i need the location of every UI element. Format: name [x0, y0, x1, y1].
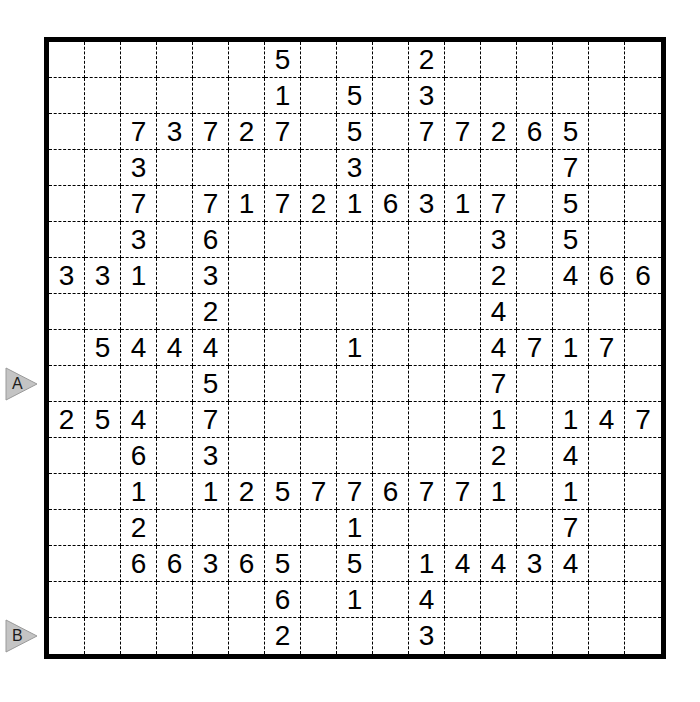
cell-r1c5[interactable] — [193, 42, 229, 78]
cell-r16c15[interactable] — [553, 582, 589, 618]
cell-r7c11[interactable] — [409, 258, 445, 294]
cell-r15c14[interactable]: 3 — [517, 546, 553, 582]
cell-r2c1[interactable] — [49, 78, 85, 114]
cell-r16c6[interactable] — [229, 582, 265, 618]
cell-r14c11[interactable] — [409, 510, 445, 546]
cell-r17c14[interactable] — [517, 618, 553, 654]
cell-r11c7[interactable] — [265, 402, 301, 438]
cell-r1c9[interactable] — [337, 42, 373, 78]
cell-r7c17[interactable]: 6 — [625, 258, 661, 294]
cell-r6c4[interactable] — [157, 222, 193, 258]
cell-r7c15[interactable]: 4 — [553, 258, 589, 294]
cell-r15c5[interactable]: 3 — [193, 546, 229, 582]
clue-number: 3 — [203, 442, 219, 470]
cell-r15c3[interactable]: 6 — [121, 546, 157, 582]
cell-r2c3[interactable] — [121, 78, 157, 114]
cell-r16c3[interactable] — [121, 582, 157, 618]
cell-r6c13[interactable]: 3 — [481, 222, 517, 258]
cell-r10c9[interactable] — [337, 366, 373, 402]
cell-r8c4[interactable] — [157, 294, 193, 330]
cell-r9c2[interactable]: 5 — [85, 330, 121, 366]
cell-r2c6[interactable] — [229, 78, 265, 114]
cell-r10c6[interactable] — [229, 366, 265, 402]
cell-r11c2[interactable]: 5 — [85, 402, 121, 438]
answer-row-marker-a: A — [4, 366, 40, 402]
cell-r13c3[interactable]: 1 — [121, 474, 157, 510]
cell-r1c15[interactable] — [553, 42, 589, 78]
cell-r8c17[interactable] — [625, 294, 661, 330]
cell-r4c15[interactable]: 7 — [553, 150, 589, 186]
cell-r16c4[interactable] — [157, 582, 193, 618]
cell-r15c2[interactable] — [85, 546, 121, 582]
cell-r12c8[interactable] — [301, 438, 337, 474]
cell-r15c7[interactable]: 5 — [265, 546, 301, 582]
cell-r10c5[interactable]: 5 — [193, 366, 229, 402]
answer-row-marker-b: B — [4, 618, 40, 654]
cell-r10c10[interactable] — [373, 366, 409, 402]
cell-r7c6[interactable] — [229, 258, 265, 294]
cell-r12c17[interactable] — [625, 438, 661, 474]
cell-r11c6[interactable] — [229, 402, 265, 438]
cell-r12c1[interactable] — [49, 438, 85, 474]
cell-r11c8[interactable] — [301, 402, 337, 438]
cell-r1c7[interactable]: 5 — [265, 42, 301, 78]
cell-r8c15[interactable] — [553, 294, 589, 330]
cell-r6c5[interactable]: 6 — [193, 222, 229, 258]
cell-r4c3[interactable]: 3 — [121, 150, 157, 186]
cell-r17c12[interactable] — [445, 618, 481, 654]
cell-r8c16[interactable] — [589, 294, 625, 330]
cell-r6c3[interactable]: 3 — [121, 222, 157, 258]
cell-r12c13[interactable]: 2 — [481, 438, 517, 474]
cell-r4c1[interactable] — [49, 150, 85, 186]
cell-r1c1[interactable] — [49, 42, 85, 78]
cell-r17c11[interactable]: 3 — [409, 618, 445, 654]
cell-r5c9[interactable]: 1 — [337, 186, 373, 222]
cell-r3c2[interactable] — [85, 114, 121, 150]
cell-r14c17[interactable] — [625, 510, 661, 546]
cell-r5c1[interactable] — [49, 186, 85, 222]
cell-r14c14[interactable] — [517, 510, 553, 546]
cell-r2c17[interactable] — [625, 78, 661, 114]
cell-r13c5[interactable]: 1 — [193, 474, 229, 510]
cell-r9c7[interactable] — [265, 330, 301, 366]
cell-r8c12[interactable] — [445, 294, 481, 330]
cell-r8c6[interactable] — [229, 294, 265, 330]
cell-r13c12[interactable]: 7 — [445, 474, 481, 510]
cell-r5c16[interactable] — [589, 186, 625, 222]
cell-r5c7[interactable]: 7 — [265, 186, 301, 222]
cell-r4c10[interactable] — [373, 150, 409, 186]
cell-r15c9[interactable]: 5 — [337, 546, 373, 582]
cell-r17c13[interactable] — [481, 618, 517, 654]
cell-r7c5[interactable]: 3 — [193, 258, 229, 294]
cell-r17c5[interactable] — [193, 618, 229, 654]
cell-r9c16[interactable]: 7 — [589, 330, 625, 366]
cell-r11c1[interactable]: 2 — [49, 402, 85, 438]
cell-r1c11[interactable]: 2 — [409, 42, 445, 78]
cell-r12c4[interactable] — [157, 438, 193, 474]
cell-r12c3[interactable]: 6 — [121, 438, 157, 474]
cell-r13c14[interactable] — [517, 474, 553, 510]
cell-r17c15[interactable] — [553, 618, 589, 654]
cell-r8c11[interactable] — [409, 294, 445, 330]
cell-r7c9[interactable] — [337, 258, 373, 294]
cell-r10c8[interactable] — [301, 366, 337, 402]
cell-r9c17[interactable] — [625, 330, 661, 366]
cell-r17c10[interactable] — [373, 618, 409, 654]
cell-r5c5[interactable]: 7 — [193, 186, 229, 222]
cell-r9c8[interactable] — [301, 330, 337, 366]
cell-r6c2[interactable] — [85, 222, 121, 258]
cell-r14c6[interactable] — [229, 510, 265, 546]
cell-r9c9[interactable]: 1 — [337, 330, 373, 366]
cell-r10c16[interactable] — [589, 366, 625, 402]
cell-r12c14[interactable] — [517, 438, 553, 474]
cell-r12c6[interactable] — [229, 438, 265, 474]
cell-r3c4[interactable]: 3 — [157, 114, 193, 150]
cell-r4c6[interactable] — [229, 150, 265, 186]
cell-r2c4[interactable] — [157, 78, 193, 114]
cell-r9c13[interactable]: 4 — [481, 330, 517, 366]
cell-r14c5[interactable] — [193, 510, 229, 546]
clue-number: 4 — [203, 334, 219, 362]
cell-r5c8[interactable]: 2 — [301, 186, 337, 222]
cell-r17c3[interactable] — [121, 618, 157, 654]
cell-r14c8[interactable] — [301, 510, 337, 546]
cell-r3c16[interactable] — [589, 114, 625, 150]
cell-r14c3[interactable]: 2 — [121, 510, 157, 546]
cell-r14c7[interactable] — [265, 510, 301, 546]
cell-r10c15[interactable] — [553, 366, 589, 402]
cell-r10c13[interactable]: 7 — [481, 366, 517, 402]
cell-r6c7[interactable] — [265, 222, 301, 258]
cell-r11c3[interactable]: 4 — [121, 402, 157, 438]
cell-r9c11[interactable] — [409, 330, 445, 366]
cell-r6c9[interactable] — [337, 222, 373, 258]
cell-r12c16[interactable] — [589, 438, 625, 474]
cell-r16c11[interactable]: 4 — [409, 582, 445, 618]
cell-r2c13[interactable] — [481, 78, 517, 114]
cell-r6c8[interactable] — [301, 222, 337, 258]
cell-r1c4[interactable] — [157, 42, 193, 78]
cell-r4c12[interactable] — [445, 150, 481, 186]
cell-r5c12[interactable]: 1 — [445, 186, 481, 222]
cell-r14c2[interactable] — [85, 510, 121, 546]
cell-r8c2[interactable] — [85, 294, 121, 330]
cell-r14c15[interactable]: 7 — [553, 510, 589, 546]
cell-r4c4[interactable] — [157, 150, 193, 186]
cell-r9c3[interactable]: 4 — [121, 330, 157, 366]
cell-r3c15[interactable]: 5 — [553, 114, 589, 150]
clue-number: 2 — [239, 118, 255, 146]
cell-r8c1[interactable] — [49, 294, 85, 330]
cell-r14c4[interactable] — [157, 510, 193, 546]
cell-r8c13[interactable]: 4 — [481, 294, 517, 330]
cell-r5c13[interactable]: 7 — [481, 186, 517, 222]
cell-r5c14[interactable] — [517, 186, 553, 222]
cell-r2c9[interactable]: 5 — [337, 78, 373, 114]
cell-r12c5[interactable]: 3 — [193, 438, 229, 474]
clue-number: 4 — [167, 334, 183, 362]
cell-r16c14[interactable] — [517, 582, 553, 618]
cell-r4c17[interactable] — [625, 150, 661, 186]
cell-r16c9[interactable]: 1 — [337, 582, 373, 618]
cell-r10c1[interactable] — [49, 366, 85, 402]
cell-r2c10[interactable] — [373, 78, 409, 114]
cell-r3c7[interactable]: 7 — [265, 114, 301, 150]
cell-r3c5[interactable]: 7 — [193, 114, 229, 150]
cell-r16c5[interactable] — [193, 582, 229, 618]
cell-r9c10[interactable] — [373, 330, 409, 366]
cell-r3c10[interactable] — [373, 114, 409, 150]
cell-r16c2[interactable] — [85, 582, 121, 618]
cell-r17c9[interactable] — [337, 618, 373, 654]
cell-r13c9[interactable]: 7 — [337, 474, 373, 510]
cell-r6c14[interactable] — [517, 222, 553, 258]
cell-r15c15[interactable]: 4 — [553, 546, 589, 582]
cell-r15c13[interactable]: 4 — [481, 546, 517, 582]
cell-r16c12[interactable] — [445, 582, 481, 618]
cell-r13c15[interactable]: 1 — [553, 474, 589, 510]
cell-r3c8[interactable] — [301, 114, 337, 150]
cell-r7c1[interactable]: 3 — [49, 258, 85, 294]
cell-r6c15[interactable]: 5 — [553, 222, 589, 258]
cell-r3c12[interactable]: 7 — [445, 114, 481, 150]
clue-number: 6 — [275, 586, 291, 614]
cell-r10c2[interactable] — [85, 366, 121, 402]
cell-r8c8[interactable] — [301, 294, 337, 330]
cell-r3c14[interactable]: 6 — [517, 114, 553, 150]
cell-r3c1[interactable] — [49, 114, 85, 150]
cell-r12c11[interactable] — [409, 438, 445, 474]
cell-r9c4[interactable]: 4 — [157, 330, 193, 366]
cell-r1c10[interactable] — [373, 42, 409, 78]
cell-r17c1[interactable] — [49, 618, 85, 654]
cell-r5c4[interactable] — [157, 186, 193, 222]
cell-r7c13[interactable]: 2 — [481, 258, 517, 294]
cell-r7c14[interactable] — [517, 258, 553, 294]
cell-r9c14[interactable]: 7 — [517, 330, 553, 366]
cell-r2c16[interactable] — [589, 78, 625, 114]
cell-r16c8[interactable] — [301, 582, 337, 618]
cell-r8c14[interactable] — [517, 294, 553, 330]
cell-r17c6[interactable] — [229, 618, 265, 654]
cell-r17c2[interactable] — [85, 618, 121, 654]
cell-r7c10[interactable] — [373, 258, 409, 294]
cell-r8c7[interactable] — [265, 294, 301, 330]
cell-r8c10[interactable] — [373, 294, 409, 330]
cell-r2c12[interactable] — [445, 78, 481, 114]
clue-number: 2 — [419, 46, 435, 74]
cell-r3c13[interactable]: 2 — [481, 114, 517, 150]
cell-r15c17[interactable] — [625, 546, 661, 582]
cell-r16c13[interactable] — [481, 582, 517, 618]
cell-r14c10[interactable] — [373, 510, 409, 546]
cell-r17c8[interactable] — [301, 618, 337, 654]
cell-r10c17[interactable] — [625, 366, 661, 402]
cell-r10c14[interactable] — [517, 366, 553, 402]
cell-r13c7[interactable]: 5 — [265, 474, 301, 510]
cell-r1c2[interactable] — [85, 42, 121, 78]
cell-r11c11[interactable] — [409, 402, 445, 438]
cell-r4c14[interactable] — [517, 150, 553, 186]
cell-r11c13[interactable]: 1 — [481, 402, 517, 438]
cell-r11c4[interactable] — [157, 402, 193, 438]
cell-r13c11[interactable]: 7 — [409, 474, 445, 510]
cell-r11c9[interactable] — [337, 402, 373, 438]
cell-r13c4[interactable] — [157, 474, 193, 510]
cell-r9c6[interactable] — [229, 330, 265, 366]
cell-r6c12[interactable] — [445, 222, 481, 258]
cell-r7c3[interactable]: 1 — [121, 258, 157, 294]
cell-r4c11[interactable] — [409, 150, 445, 186]
cell-r4c2[interactable] — [85, 150, 121, 186]
cell-r5c10[interactable]: 6 — [373, 186, 409, 222]
cell-r16c10[interactable] — [373, 582, 409, 618]
cell-r16c16[interactable] — [589, 582, 625, 618]
cell-r1c13[interactable] — [481, 42, 517, 78]
cell-r9c5[interactable]: 4 — [193, 330, 229, 366]
clue-number: 5 — [275, 478, 291, 506]
cell-r12c12[interactable] — [445, 438, 481, 474]
cell-r2c11[interactable]: 3 — [409, 78, 445, 114]
cell-r2c2[interactable] — [85, 78, 121, 114]
cell-r12c2[interactable] — [85, 438, 121, 474]
cell-r10c7[interactable] — [265, 366, 301, 402]
cell-r1c17[interactable] — [625, 42, 661, 78]
cell-r3c11[interactable]: 7 — [409, 114, 445, 150]
cell-r17c4[interactable] — [157, 618, 193, 654]
cell-r17c17[interactable] — [625, 618, 661, 654]
cell-r11c15[interactable]: 1 — [553, 402, 589, 438]
cell-r1c8[interactable] — [301, 42, 337, 78]
cell-r16c17[interactable] — [625, 582, 661, 618]
cell-r2c15[interactable] — [553, 78, 589, 114]
cell-r10c12[interactable] — [445, 366, 481, 402]
cell-r9c1[interactable] — [49, 330, 85, 366]
cell-r6c6[interactable] — [229, 222, 265, 258]
cell-r7c4[interactable] — [157, 258, 193, 294]
cell-r1c3[interactable] — [121, 42, 157, 78]
cell-r11c10[interactable] — [373, 402, 409, 438]
cell-r5c11[interactable]: 3 — [409, 186, 445, 222]
cell-r7c8[interactable] — [301, 258, 337, 294]
cell-r6c1[interactable] — [49, 222, 85, 258]
cell-r8c9[interactable] — [337, 294, 373, 330]
cell-r9c12[interactable] — [445, 330, 481, 366]
cell-r2c14[interactable] — [517, 78, 553, 114]
cell-r3c3[interactable]: 7 — [121, 114, 157, 150]
cell-r6c16[interactable] — [589, 222, 625, 258]
cell-r14c16[interactable] — [589, 510, 625, 546]
cell-r8c5[interactable]: 2 — [193, 294, 229, 330]
cell-r14c13[interactable] — [481, 510, 517, 546]
cell-r16c7[interactable]: 6 — [265, 582, 301, 618]
cell-r1c16[interactable] — [589, 42, 625, 78]
cell-r15c10[interactable] — [373, 546, 409, 582]
cell-r9c15[interactable]: 1 — [553, 330, 589, 366]
cell-r3c9[interactable]: 5 — [337, 114, 373, 150]
cell-r15c16[interactable] — [589, 546, 625, 582]
cell-r11c12[interactable] — [445, 402, 481, 438]
cell-r13c17[interactable] — [625, 474, 661, 510]
cell-r15c11[interactable]: 1 — [409, 546, 445, 582]
cell-r4c9[interactable]: 3 — [337, 150, 373, 186]
cell-r10c3[interactable] — [121, 366, 157, 402]
cell-r5c3[interactable]: 7 — [121, 186, 157, 222]
cell-r7c16[interactable]: 6 — [589, 258, 625, 294]
cell-r4c7[interactable] — [265, 150, 301, 186]
cell-r10c4[interactable] — [157, 366, 193, 402]
cell-r11c16[interactable]: 4 — [589, 402, 625, 438]
cell-r13c2[interactable] — [85, 474, 121, 510]
cell-r14c9[interactable]: 1 — [337, 510, 373, 546]
cell-r5c6[interactable]: 1 — [229, 186, 265, 222]
cell-r7c7[interactable] — [265, 258, 301, 294]
cell-r12c15[interactable]: 4 — [553, 438, 589, 474]
cell-r1c6[interactable] — [229, 42, 265, 78]
cell-r12c9[interactable] — [337, 438, 373, 474]
cell-r4c5[interactable] — [193, 150, 229, 186]
cell-r15c4[interactable]: 6 — [157, 546, 193, 582]
cell-r5c15[interactable]: 5 — [553, 186, 589, 222]
cell-r13c13[interactable]: 1 — [481, 474, 517, 510]
cell-r17c16[interactable] — [589, 618, 625, 654]
cell-r15c1[interactable] — [49, 546, 85, 582]
cell-r7c12[interactable] — [445, 258, 481, 294]
cell-r11c5[interactable]: 7 — [193, 402, 229, 438]
cell-r4c16[interactable] — [589, 150, 625, 186]
clue-number: 7 — [455, 118, 471, 146]
cell-r5c17[interactable] — [625, 186, 661, 222]
cell-r10c11[interactable] — [409, 366, 445, 402]
cell-r14c12[interactable] — [445, 510, 481, 546]
cell-r15c8[interactable] — [301, 546, 337, 582]
cell-r2c7[interactable]: 1 — [265, 78, 301, 114]
cell-r12c10[interactable] — [373, 438, 409, 474]
cell-r4c8[interactable] — [301, 150, 337, 186]
cell-r3c6[interactable]: 2 — [229, 114, 265, 150]
cell-r2c8[interactable] — [301, 78, 337, 114]
cell-r15c12[interactable]: 4 — [445, 546, 481, 582]
cell-r11c14[interactable] — [517, 402, 553, 438]
cell-r13c6[interactable]: 2 — [229, 474, 265, 510]
cell-r3c17[interactable] — [625, 114, 661, 150]
cell-r12c7[interactable] — [265, 438, 301, 474]
cell-r2c5[interactable] — [193, 78, 229, 114]
clue-number: 7 — [599, 334, 615, 362]
cell-r13c1[interactable] — [49, 474, 85, 510]
cell-r6c17[interactable] — [625, 222, 661, 258]
cell-r1c14[interactable] — [517, 42, 553, 78]
cell-r7c2[interactable]: 3 — [85, 258, 121, 294]
cell-r8c3[interactable] — [121, 294, 157, 330]
cell-r13c10[interactable]: 6 — [373, 474, 409, 510]
cell-r6c10[interactable] — [373, 222, 409, 258]
cell-r16c1[interactable] — [49, 582, 85, 618]
cell-r15c6[interactable]: 6 — [229, 546, 265, 582]
cell-r13c16[interactable] — [589, 474, 625, 510]
cell-r6c11[interactable] — [409, 222, 445, 258]
cell-r13c8[interactable]: 7 — [301, 474, 337, 510]
cell-r1c12[interactable] — [445, 42, 481, 78]
cell-r14c1[interactable] — [49, 510, 85, 546]
cell-r5c2[interactable] — [85, 186, 121, 222]
cell-r4c13[interactable] — [481, 150, 517, 186]
cell-r11c17[interactable]: 7 — [625, 402, 661, 438]
cell-r17c7[interactable]: 2 — [265, 618, 301, 654]
